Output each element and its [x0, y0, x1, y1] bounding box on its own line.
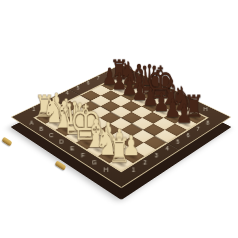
rank-label-near-5-text: 5: [172, 138, 185, 144]
board-frame: AABBCCDDEEFFGGHH1122334455667788 ♜♞♝♛♚♝♞…: [11, 64, 232, 188]
file-label-near-b-text: B: [35, 125, 47, 131]
file-label-near-f-text: F: [76, 152, 89, 159]
board-scene: AABBCCDDEEFFGGHH1122334455667788 ♜♞♝♛♚♝♞…: [0, 0, 238, 238]
chess-board: AABBCCDDEEFFGGHH1122334455667788 ♜♞♝♛♚♝♞…: [11, 64, 232, 188]
rank-label-near-8-text: 8: [202, 119, 214, 125]
rank-label-near-6-text: 6: [182, 132, 195, 138]
pawn-glyph-icon: ♟: [166, 103, 202, 125]
file-label-near-h-text: H: [99, 166, 113, 173]
rank-label-near-1-text: 1: [127, 166, 141, 173]
chess-set-photo: AABBCCDDEEFFGGHH1122334455667788 ♜♞♝♛♚♝♞…: [0, 0, 238, 238]
rank-label-near-3-text: 3: [150, 152, 163, 159]
file-label-near-e-text: E: [65, 145, 78, 152]
file-label-near-g-text: G: [87, 159, 100, 166]
rank-label-near-7-text: 7: [192, 125, 204, 131]
rank-label-near-4-text: 4: [161, 145, 174, 152]
file-label-near-d-text: D: [55, 138, 68, 144]
file-label-near-a-text: A: [25, 119, 37, 125]
rank-label-near-2-text: 2: [139, 159, 152, 166]
rank-label-far-5-text: 5: [73, 85, 84, 91]
file-label-near-c-text: C: [45, 132, 58, 138]
rook-glyph-icon: ♜: [99, 136, 139, 164]
